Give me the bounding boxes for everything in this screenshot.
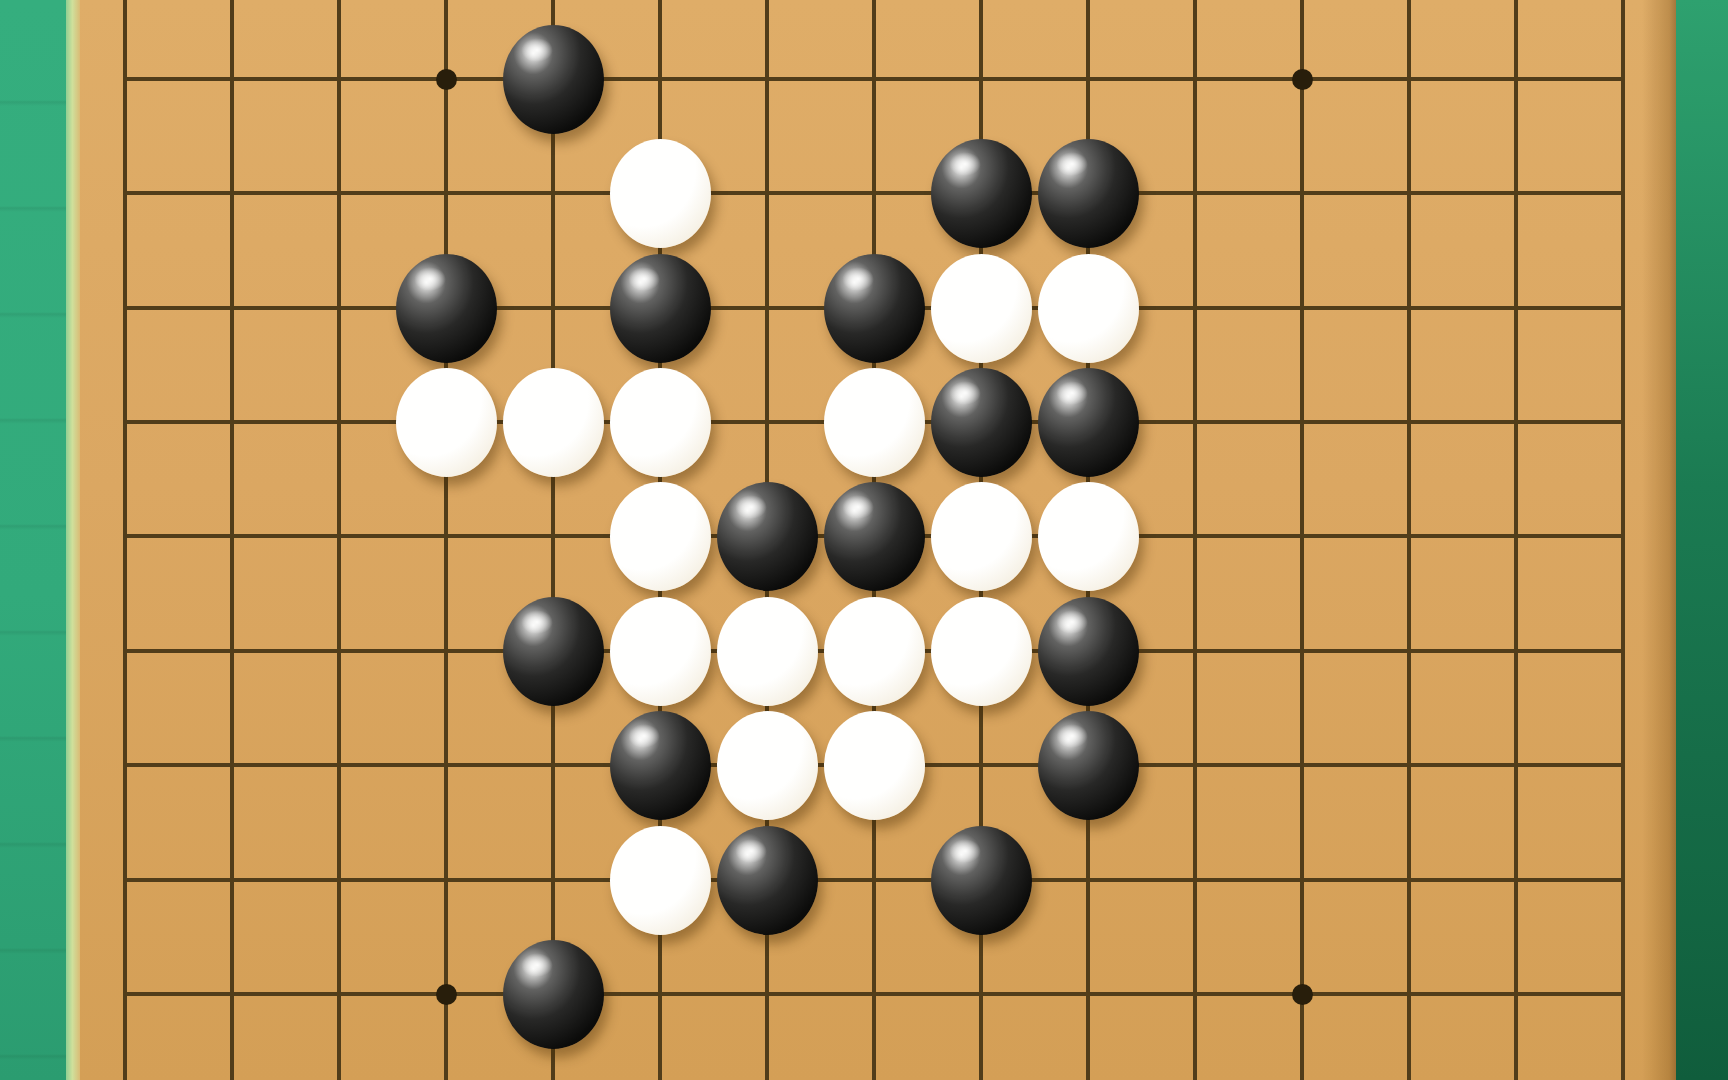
black-stone bbox=[610, 254, 711, 363]
white-stone bbox=[931, 482, 1032, 591]
black-stone bbox=[503, 25, 604, 134]
white-stone bbox=[610, 482, 711, 591]
black-stone bbox=[610, 711, 711, 820]
white-stone bbox=[824, 597, 925, 706]
white-stone bbox=[717, 597, 818, 706]
go-app-screen bbox=[0, 0, 1728, 1080]
white-stone bbox=[396, 368, 497, 477]
white-stone bbox=[717, 711, 818, 820]
black-stone bbox=[503, 597, 604, 706]
black-stone bbox=[1038, 368, 1139, 477]
white-stone bbox=[1038, 254, 1139, 363]
black-stone bbox=[931, 826, 1032, 935]
black-stone bbox=[931, 139, 1032, 248]
white-stone bbox=[610, 597, 711, 706]
black-stone bbox=[824, 254, 925, 363]
table-surface-right bbox=[1676, 0, 1728, 1080]
white-stone bbox=[824, 368, 925, 477]
black-stone bbox=[717, 482, 818, 591]
white-stone bbox=[824, 711, 925, 820]
white-stone bbox=[1038, 482, 1139, 591]
white-stone bbox=[931, 597, 1032, 706]
go-board[interactable] bbox=[80, 0, 1676, 1080]
black-stone bbox=[1038, 139, 1139, 248]
white-stone bbox=[610, 368, 711, 477]
black-stone bbox=[931, 368, 1032, 477]
white-stone bbox=[610, 826, 711, 935]
white-stone bbox=[931, 254, 1032, 363]
black-stone bbox=[503, 940, 604, 1049]
stones-layer bbox=[80, 0, 1676, 1080]
white-stone bbox=[610, 139, 711, 248]
board-right-edge-shadow bbox=[1642, 0, 1676, 1080]
table-surface-left bbox=[0, 0, 70, 1080]
black-stone bbox=[717, 826, 818, 935]
black-stone bbox=[1038, 711, 1139, 820]
black-stone bbox=[1038, 597, 1139, 706]
black-stone bbox=[396, 254, 497, 363]
white-stone bbox=[503, 368, 604, 477]
black-stone bbox=[824, 482, 925, 591]
